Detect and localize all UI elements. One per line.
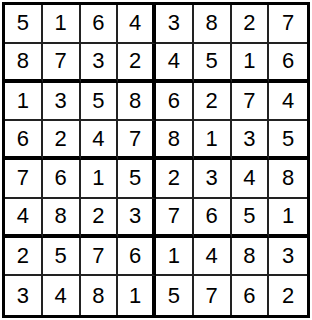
cell-digit: 7: [55, 50, 67, 72]
cell-digit: 2: [92, 205, 104, 227]
cell-digit: 4: [206, 245, 218, 267]
sudoku-cell-r8c5[interactable]: 5: [156, 276, 194, 315]
sudoku-cell-r3c3[interactable]: 5: [81, 83, 119, 122]
sudoku-cell-r4c6[interactable]: 1: [194, 121, 232, 160]
sudoku-cell-r5c8[interactable]: 8: [269, 160, 307, 199]
cell-digit: 7: [92, 245, 104, 267]
cell-digit: 2: [243, 12, 255, 34]
cell-digit: 5: [17, 12, 29, 34]
cell-digit: 4: [243, 167, 255, 189]
cell-digit: 2: [129, 50, 141, 72]
sudoku-cell-r8c8[interactable]: 2: [269, 276, 307, 315]
cell-digit: 4: [168, 50, 180, 72]
sudoku-cell-r4c4[interactable]: 7: [118, 121, 156, 160]
cell-digit: 6: [55, 167, 67, 189]
cell-digit: 8: [17, 50, 29, 72]
cell-digit: 1: [206, 128, 218, 150]
sudoku-cell-r6c8[interactable]: 1: [269, 199, 307, 238]
cell-digit: 4: [282, 90, 294, 112]
sudoku-cell-r6c7[interactable]: 5: [232, 199, 270, 238]
sudoku-cell-r1c6[interactable]: 8: [194, 5, 232, 44]
cell-digit: 6: [206, 205, 218, 227]
sudoku-cell-r8c7[interactable]: 6: [232, 276, 270, 315]
sudoku-cell-r3c5[interactable]: 6: [156, 83, 194, 122]
cell-digit: 2: [55, 128, 67, 150]
sudoku-cell-r2c8[interactable]: 6: [269, 44, 307, 83]
sudoku-cell-r6c2[interactable]: 8: [43, 199, 81, 238]
cell-digit: 1: [17, 90, 29, 112]
cell-digit: 1: [92, 167, 104, 189]
sudoku-cell-r6c4[interactable]: 3: [118, 199, 156, 238]
sudoku-cell-r2c1[interactable]: 8: [5, 44, 43, 83]
sudoku-cell-r5c1[interactable]: 7: [5, 160, 43, 199]
cell-digit: 1: [168, 245, 180, 267]
cell-digit: 7: [243, 90, 255, 112]
cell-digit: 8: [129, 90, 141, 112]
sudoku-cell-r3c1[interactable]: 1: [5, 83, 43, 122]
sudoku-cell-r1c2[interactable]: 1: [43, 5, 81, 44]
sudoku-board: 5164382787324516135862746247813576152348…: [0, 0, 312, 320]
cell-digit: 6: [17, 128, 29, 150]
sudoku-cell-r8c2[interactable]: 4: [43, 276, 81, 315]
cell-digit: 8: [92, 285, 104, 307]
sudoku-cell-r6c5[interactable]: 7: [156, 199, 194, 238]
cell-digit: 8: [55, 205, 67, 227]
sudoku-cell-r1c7[interactable]: 2: [232, 5, 270, 44]
cell-digit: 2: [282, 285, 294, 307]
sudoku-cell-r3c6[interactable]: 2: [194, 83, 232, 122]
cell-digit: 6: [168, 90, 180, 112]
sudoku-cell-r6c3[interactable]: 2: [81, 199, 119, 238]
sudoku-cell-r2c6[interactable]: 5: [194, 44, 232, 83]
cell-digit: 1: [129, 285, 141, 307]
cell-digit: 3: [55, 90, 67, 112]
sudoku-cell-r4c8[interactable]: 5: [269, 121, 307, 160]
sudoku-cell-r4c5[interactable]: 8: [156, 121, 194, 160]
cell-digit: 2: [206, 90, 218, 112]
sudoku-cell-r7c4[interactable]: 6: [118, 238, 156, 277]
sudoku-cell-r2c7[interactable]: 1: [232, 44, 270, 83]
sudoku-cell-r5c3[interactable]: 1: [81, 160, 119, 199]
sudoku-cell-r1c1[interactable]: 5: [5, 5, 43, 44]
sudoku-cell-r8c4[interactable]: 1: [118, 276, 156, 315]
sudoku-cell-r7c8[interactable]: 3: [269, 238, 307, 277]
sudoku-cell-r2c2[interactable]: 7: [43, 44, 81, 83]
cell-digit: 3: [92, 50, 104, 72]
sudoku-cell-r5c2[interactable]: 6: [43, 160, 81, 199]
sudoku-cell-r7c5[interactable]: 1: [156, 238, 194, 277]
cell-digit: 8: [206, 12, 218, 34]
cell-digit: 5: [168, 285, 180, 307]
sudoku-cell-r1c5[interactable]: 3: [156, 5, 194, 44]
sudoku-cell-r7c1[interactable]: 2: [5, 238, 43, 277]
sudoku-cell-r8c6[interactable]: 7: [194, 276, 232, 315]
cell-digit: 3: [168, 12, 180, 34]
cell-digit: 3: [206, 167, 218, 189]
sudoku-cell-r1c8[interactable]: 7: [269, 5, 307, 44]
cell-digit: 7: [282, 12, 294, 34]
sudoku-cell-r5c4[interactable]: 5: [118, 160, 156, 199]
sudoku-cell-r2c3[interactable]: 3: [81, 44, 119, 83]
cell-digit: 7: [206, 285, 218, 307]
cell-digit: 8: [168, 128, 180, 150]
sudoku-cell-r2c4[interactable]: 2: [118, 44, 156, 83]
cell-digit: 4: [92, 128, 104, 150]
cell-digit: 1: [282, 205, 294, 227]
sudoku-cell-r5c7[interactable]: 4: [232, 160, 270, 199]
sudoku-cell-r7c6[interactable]: 4: [194, 238, 232, 277]
sudoku-cell-r8c3[interactable]: 8: [81, 276, 119, 315]
sudoku-cell-r3c2[interactable]: 3: [43, 83, 81, 122]
cell-digit: 5: [92, 90, 104, 112]
sudoku-cell-r8c1[interactable]: 3: [5, 276, 43, 315]
cell-digit: 6: [282, 50, 294, 72]
cell-digit: 5: [55, 245, 67, 267]
cell-digit: 5: [243, 205, 255, 227]
cell-digit: 7: [168, 205, 180, 227]
cell-digit: 3: [243, 128, 255, 150]
sudoku-grid: 5164382787324516135862746247813576152348…: [2, 2, 310, 318]
cell-digit: 2: [168, 167, 180, 189]
cell-digit: 5: [129, 167, 141, 189]
sudoku-cell-r7c7[interactable]: 8: [232, 238, 270, 277]
cell-digit: 8: [243, 245, 255, 267]
cell-digit: 7: [17, 167, 29, 189]
sudoku-cell-r3c4[interactable]: 8: [118, 83, 156, 122]
cell-digit: 3: [17, 285, 29, 307]
cell-digit: 3: [282, 245, 294, 267]
sudoku-cell-r4c1[interactable]: 6: [5, 121, 43, 160]
cell-digit: 4: [17, 205, 29, 227]
sudoku-cell-r4c2[interactable]: 2: [43, 121, 81, 160]
cell-digit: 4: [55, 285, 67, 307]
cell-digit: 5: [282, 128, 294, 150]
cell-digit: 8: [282, 167, 294, 189]
sudoku-cell-r6c6[interactable]: 6: [194, 199, 232, 238]
sudoku-cell-r1c4[interactable]: 4: [118, 5, 156, 44]
sudoku-cell-r3c7[interactable]: 7: [232, 83, 270, 122]
cell-digit: 2: [17, 245, 29, 267]
sudoku-cell-r2c5[interactable]: 4: [156, 44, 194, 83]
cell-digit: 3: [129, 205, 141, 227]
cell-digit: 5: [206, 50, 218, 72]
sudoku-cell-r1c3[interactable]: 6: [81, 5, 119, 44]
sudoku-cell-r4c3[interactable]: 4: [81, 121, 119, 160]
cell-digit: 6: [243, 285, 255, 307]
cell-digit: 4: [129, 12, 141, 34]
sudoku-cell-r6c1[interactable]: 4: [5, 199, 43, 238]
cell-digit: 6: [129, 245, 141, 267]
sudoku-cell-r3c8[interactable]: 4: [269, 83, 307, 122]
cell-digit: 1: [55, 12, 67, 34]
cell-digit: 7: [129, 128, 141, 150]
cell-digit: 6: [92, 12, 104, 34]
sudoku-cell-r5c5[interactable]: 2: [156, 160, 194, 199]
sudoku-cell-r7c3[interactable]: 7: [81, 238, 119, 277]
sudoku-cell-r7c2[interactable]: 5: [43, 238, 81, 277]
sudoku-cell-r4c7[interactable]: 3: [232, 121, 270, 160]
cell-digit: 1: [243, 50, 255, 72]
sudoku-cell-r5c6[interactable]: 3: [194, 160, 232, 199]
